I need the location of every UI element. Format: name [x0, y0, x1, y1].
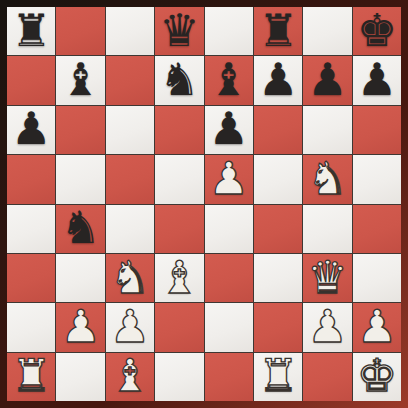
square-e2[interactable]: [205, 303, 253, 351]
square-f5[interactable]: [254, 155, 302, 203]
square-d6[interactable]: [155, 106, 203, 154]
piece-white-knight[interactable]: ♞: [307, 156, 347, 201]
piece-white-pawn[interactable]: ♟: [209, 156, 249, 201]
piece-white-pawn[interactable]: ♟: [60, 304, 100, 349]
piece-white-bishop[interactable]: ♝: [110, 353, 150, 398]
piece-black-queen[interactable]: ♛: [159, 8, 199, 53]
piece-black-rook[interactable]: ♜: [11, 8, 51, 53]
piece-black-pawn[interactable]: ♟: [11, 106, 51, 151]
piece-black-knight[interactable]: ♞: [159, 57, 199, 102]
square-c7[interactable]: [106, 56, 154, 104]
square-b4[interactable]: ♞: [56, 205, 104, 253]
square-h3[interactable]: [353, 254, 401, 302]
square-f8[interactable]: ♜: [254, 7, 302, 55]
square-a3[interactable]: [7, 254, 55, 302]
square-g3[interactable]: ♛: [303, 254, 351, 302]
square-a5[interactable]: [7, 155, 55, 203]
square-e1[interactable]: [205, 353, 253, 401]
piece-white-bishop[interactable]: ♝: [159, 255, 199, 300]
square-h2[interactable]: ♟: [353, 303, 401, 351]
square-h8[interactable]: ♚: [353, 7, 401, 55]
piece-black-king[interactable]: ♚: [357, 8, 397, 53]
square-f6[interactable]: [254, 106, 302, 154]
piece-white-knight[interactable]: ♞: [110, 255, 150, 300]
piece-black-pawn[interactable]: ♟: [258, 57, 298, 102]
square-b8[interactable]: [56, 7, 104, 55]
piece-black-rook[interactable]: ♜: [258, 8, 298, 53]
square-d4[interactable]: [155, 205, 203, 253]
square-c3[interactable]: ♞: [106, 254, 154, 302]
piece-black-bishop[interactable]: ♝: [209, 57, 249, 102]
piece-black-pawn[interactable]: ♟: [357, 57, 397, 102]
square-a6[interactable]: ♟: [7, 106, 55, 154]
square-c4[interactable]: [106, 205, 154, 253]
square-g1[interactable]: [303, 353, 351, 401]
square-a2[interactable]: [7, 303, 55, 351]
square-e4[interactable]: [205, 205, 253, 253]
square-c5[interactable]: [106, 155, 154, 203]
square-h5[interactable]: [353, 155, 401, 203]
square-b1[interactable]: [56, 353, 104, 401]
square-f4[interactable]: [254, 205, 302, 253]
piece-black-pawn[interactable]: ♟: [209, 106, 249, 151]
square-f2[interactable]: [254, 303, 302, 351]
piece-black-knight[interactable]: ♞: [60, 205, 100, 250]
square-a4[interactable]: [7, 205, 55, 253]
piece-black-bishop[interactable]: ♝: [60, 57, 100, 102]
square-f3[interactable]: [254, 254, 302, 302]
square-b3[interactable]: [56, 254, 104, 302]
square-a7[interactable]: [7, 56, 55, 104]
square-g2[interactable]: ♟: [303, 303, 351, 351]
piece-white-rook[interactable]: ♜: [11, 353, 51, 398]
square-c8[interactable]: [106, 7, 154, 55]
square-a8[interactable]: ♜: [7, 7, 55, 55]
square-e5[interactable]: ♟: [205, 155, 253, 203]
square-d1[interactable]: [155, 353, 203, 401]
square-g8[interactable]: [303, 7, 351, 55]
chess-board: ♜♛♜♚♝♞♝♟♟♟♟♟♟♞♞♞♝♛♟♟♟♟♜♝♜♚: [7, 7, 401, 401]
square-d3[interactable]: ♝: [155, 254, 203, 302]
square-c1[interactable]: ♝: [106, 353, 154, 401]
piece-white-pawn[interactable]: ♟: [357, 304, 397, 349]
square-b7[interactable]: ♝: [56, 56, 104, 104]
square-g5[interactable]: ♞: [303, 155, 351, 203]
square-g6[interactable]: [303, 106, 351, 154]
square-a1[interactable]: ♜: [7, 353, 55, 401]
piece-white-pawn[interactable]: ♟: [307, 304, 347, 349]
square-b5[interactable]: [56, 155, 104, 203]
square-g4[interactable]: [303, 205, 351, 253]
piece-white-rook[interactable]: ♜: [258, 353, 298, 398]
square-f1[interactable]: ♜: [254, 353, 302, 401]
square-b2[interactable]: ♟: [56, 303, 104, 351]
square-e6[interactable]: ♟: [205, 106, 253, 154]
square-d2[interactable]: [155, 303, 203, 351]
square-b6[interactable]: [56, 106, 104, 154]
piece-white-pawn[interactable]: ♟: [110, 304, 150, 349]
square-e8[interactable]: [205, 7, 253, 55]
piece-white-king[interactable]: ♚: [357, 353, 397, 398]
square-f7[interactable]: ♟: [254, 56, 302, 104]
square-e7[interactable]: ♝: [205, 56, 253, 104]
piece-black-pawn[interactable]: ♟: [307, 57, 347, 102]
square-c6[interactable]: [106, 106, 154, 154]
piece-white-queen[interactable]: ♛: [307, 255, 347, 300]
square-h6[interactable]: [353, 106, 401, 154]
square-h1[interactable]: ♚: [353, 353, 401, 401]
square-d5[interactable]: [155, 155, 203, 203]
square-e3[interactable]: [205, 254, 253, 302]
square-h7[interactable]: ♟: [353, 56, 401, 104]
square-h4[interactable]: [353, 205, 401, 253]
board-frame: ♜♛♜♚♝♞♝♟♟♟♟♟♟♞♞♞♝♛♟♟♟♟♜♝♜♚: [0, 0, 408, 408]
square-d7[interactable]: ♞: [155, 56, 203, 104]
square-c2[interactable]: ♟: [106, 303, 154, 351]
square-g7[interactable]: ♟: [303, 56, 351, 104]
square-d8[interactable]: ♛: [155, 7, 203, 55]
